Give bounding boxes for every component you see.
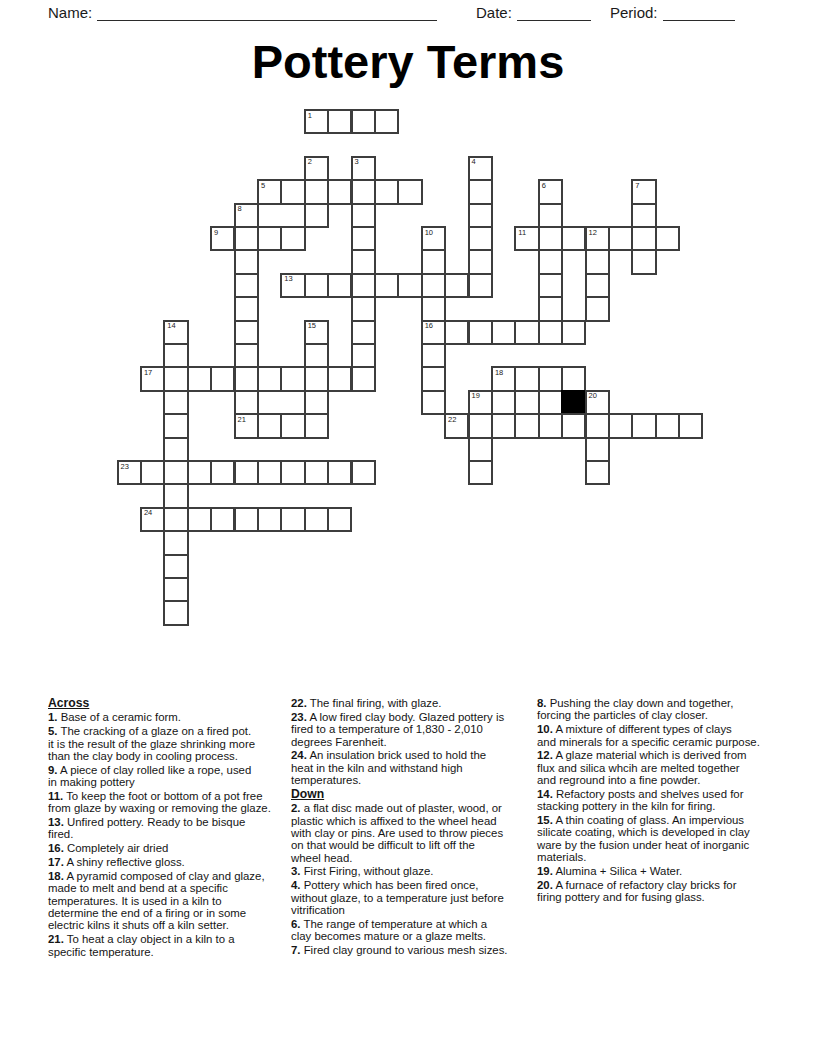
clue-text: Pushing the clay down and together, forc… [537, 697, 733, 721]
grid-cell[interactable] [538, 203, 563, 228]
clue-number: 13 [284, 275, 292, 283]
grid-cell[interactable] [163, 530, 188, 555]
clue-text: a flat disc made out of plaster, wood, o… [291, 802, 503, 863]
across-header: Across [48, 697, 291, 709]
clue-number: 9 [214, 229, 218, 237]
grid-cell[interactable] [421, 366, 446, 391]
grid-cell[interactable] [491, 413, 516, 438]
clue-text: The range of temperature at which a clay… [291, 918, 487, 942]
grid-cell[interactable] [421, 343, 446, 368]
grid-cell[interactable] [304, 273, 329, 298]
grid-cell[interactable] [234, 366, 259, 391]
across-clue-5: 5. The cracking of a glaze on a fired po… [48, 725, 291, 762]
down-clue-19: 19. Alumina + Silica + Water. [537, 865, 795, 877]
grid-cell[interactable] [327, 109, 352, 134]
clue-number: 19 [472, 392, 480, 400]
across-clue-11: 11. To keep the foot or bottom of a pot … [48, 790, 291, 815]
grid-cell[interactable] [514, 390, 539, 415]
grid-cell[interactable] [163, 600, 188, 625]
clue-num-label: 22. [291, 697, 307, 709]
clue-text: To keep the foot or bottom of a pot free… [48, 790, 271, 814]
grid-cell[interactable] [163, 366, 188, 391]
grid-cell[interactable] [163, 554, 188, 579]
clue-num-label: 13. [48, 816, 64, 828]
clue-number: 17 [144, 369, 152, 377]
clue-text: Alumina + Silica + Water. [553, 865, 682, 877]
down-clue-6: 6. The range of temperature at which a c… [291, 918, 537, 943]
grid-cell[interactable] [351, 320, 376, 345]
grid-cell[interactable] [304, 413, 329, 438]
grid-cell[interactable]: 21 [234, 413, 259, 438]
clue-text: The final firing, with glaze. [307, 697, 442, 709]
clue-number: 5 [261, 182, 265, 190]
clue-text: A pyramid composed of clay and glaze, ma… [48, 870, 265, 931]
clue-num-label: 18. [48, 870, 64, 882]
clue-number: 8 [238, 205, 242, 213]
grid-cell[interactable] [234, 296, 259, 321]
grid-cell[interactable] [234, 390, 259, 415]
clue-text: Fired clay ground to various mesh sizes. [301, 944, 508, 956]
grid-cell[interactable] [234, 226, 259, 251]
grid-cell[interactable]: 11 [514, 226, 539, 251]
grid-cell[interactable] [304, 366, 329, 391]
clue-num-label: 24. [291, 749, 307, 761]
grid-cell[interactable] [351, 226, 376, 251]
grid-cell[interactable] [280, 366, 305, 391]
grid-cell[interactable]: 24 [140, 507, 165, 532]
period-label: Period: [610, 4, 658, 21]
grid-cell[interactable] [210, 460, 235, 485]
grid-cell[interactable] [655, 413, 680, 438]
across-clue-16: 16. Completely air dried [48, 842, 291, 854]
clue-number: 3 [355, 158, 359, 166]
grid-cell[interactable]: 8 [234, 203, 259, 228]
grid-cell[interactable] [421, 273, 446, 298]
grid-cell[interactable] [374, 109, 399, 134]
grid-cell[interactable] [561, 413, 586, 438]
grid-cell[interactable]: 12 [585, 226, 610, 251]
grid-cell[interactable]: 7 [631, 179, 656, 204]
clue-number: 1 [308, 112, 312, 120]
clue-number: 22 [448, 416, 456, 424]
grid-cell[interactable] [351, 343, 376, 368]
across-clue-23: 23. A low fired clay body. Glazed potter… [291, 711, 537, 748]
clue-number: 18 [495, 369, 503, 377]
grid-cell[interactable] [514, 413, 539, 438]
grid-cell[interactable] [468, 203, 493, 228]
grid-cell[interactable] [444, 273, 469, 298]
grid-cell[interactable]: 10 [421, 226, 446, 251]
grid-cell[interactable] [304, 343, 329, 368]
grid-cell[interactable] [468, 320, 493, 345]
grid-cell[interactable] [374, 179, 399, 204]
grid-cell[interactable] [421, 249, 446, 274]
across-clue-21: 21. To heat a clay object in a kiln to a… [48, 933, 291, 958]
name-label: Name: [48, 4, 92, 21]
grid-cell[interactable] [351, 273, 376, 298]
grid-cell[interactable] [163, 343, 188, 368]
grid-cell[interactable]: 13 [280, 273, 305, 298]
clue-text: A low fired clay body. Glazed pottery is… [291, 711, 504, 748]
clue-number: 2 [308, 158, 312, 166]
grid-cell[interactable] [538, 226, 563, 251]
grid-cell[interactable] [538, 273, 563, 298]
clue-text: Pottery which has been fired once, witho… [291, 879, 504, 916]
grid-cell[interactable]: 5 [257, 179, 282, 204]
name-blank-line[interactable] [97, 6, 437, 21]
grid-cell[interactable]: 19 [468, 390, 493, 415]
clue-text: The cracking of a glaze on a fired pot. … [48, 725, 255, 762]
down-clue-8: 8. Pushing the clay down and together, f… [537, 697, 795, 722]
grid-cell[interactable] [187, 507, 212, 532]
grid-cell[interactable] [280, 507, 305, 532]
grid-cell[interactable] [585, 437, 610, 462]
crossword-grid: 123456789101112131415161718192021222324 [117, 109, 706, 627]
clue-text: A mixture of different types of clays an… [537, 723, 760, 747]
grid-cell[interactable] [561, 366, 586, 391]
grid-cell[interactable] [304, 203, 329, 228]
grid-cell[interactable] [187, 366, 212, 391]
grid-cell[interactable] [304, 179, 329, 204]
down-clue-7: 7. Fired clay ground to various mesh siz… [291, 944, 537, 956]
clue-number: 6 [542, 182, 546, 190]
clue-number: 21 [238, 416, 246, 424]
clue-num-label: 3. [291, 865, 301, 877]
clue-text: First Firing, without glaze. [301, 865, 434, 877]
grid-cell[interactable]: 4 [468, 156, 493, 181]
grid-cell[interactable] [327, 507, 352, 532]
clue-number: 15 [308, 322, 316, 330]
period-field: Period: [610, 4, 735, 21]
down-clue-12: 12. A glaze material which is derived fr… [537, 749, 795, 786]
grid-cell[interactable] [514, 320, 539, 345]
grid-cell[interactable]: 1 [304, 109, 329, 134]
clue-number: 16 [425, 322, 433, 330]
grid-cell[interactable]: 18 [491, 366, 516, 391]
clue-num-label: 20. [537, 879, 553, 891]
clue-num-label: 7. [291, 944, 301, 956]
clue-text: Refactory posts and shelves used for sta… [537, 788, 743, 812]
black-cell [561, 390, 586, 415]
grid-cell[interactable] [678, 413, 703, 438]
clue-num-label: 16. [48, 842, 64, 854]
grid-cell[interactable] [257, 460, 282, 485]
clue-text: To heat a clay object in a kiln to a spe… [48, 933, 235, 957]
grid-cell[interactable] [351, 109, 376, 134]
grid-cell[interactable] [351, 203, 376, 228]
grid-cell[interactable] [585, 460, 610, 485]
clue-number: 11 [518, 229, 526, 237]
grid-cell[interactable] [631, 413, 656, 438]
grid-cell[interactable] [397, 179, 422, 204]
clue-num-label: 19. [537, 865, 553, 877]
grid-cell[interactable] [538, 366, 563, 391]
across-clue-17: 17. A shiny reflective gloss. [48, 856, 291, 868]
across-clue-24: 24. An insulation brick used to hold the… [291, 749, 537, 786]
grid-cell[interactable] [327, 179, 352, 204]
grid-cell[interactable] [631, 249, 656, 274]
grid-cell[interactable] [538, 249, 563, 274]
clue-num-label: 5. [48, 725, 58, 737]
grid-cell[interactable] [421, 296, 446, 321]
clue-num-label: 15. [537, 814, 553, 826]
grid-cell[interactable] [491, 390, 516, 415]
grid-cell[interactable] [234, 460, 259, 485]
down-clue-15: 15. A thin coating of glass. An impervio… [537, 814, 795, 863]
clue-text: Unfired pottery. Ready to be bisque fire… [48, 816, 245, 840]
grid-cell[interactable]: 14 [163, 320, 188, 345]
grid-cell[interactable] [585, 273, 610, 298]
grid-cell[interactable] [468, 460, 493, 485]
down-clue-4: 4. Pottery which has been fired once, wi… [291, 879, 537, 916]
grid-cell[interactable] [280, 413, 305, 438]
clue-num-label: 14. [537, 788, 553, 800]
grid-cell[interactable]: 9 [210, 226, 235, 251]
grid-cell[interactable] [327, 273, 352, 298]
clue-text: Completely air dried [64, 842, 168, 854]
grid-cell[interactable]: 20 [585, 390, 610, 415]
grid-cell[interactable]: 3 [351, 156, 376, 181]
grid-cell[interactable] [234, 507, 259, 532]
worksheet: Name: Date: Period: Pottery Terms 123456… [0, 0, 816, 1056]
grid-cell[interactable] [234, 273, 259, 298]
grid-cell[interactable] [561, 320, 586, 345]
grid-cell[interactable] [304, 390, 329, 415]
clue-text: A shiny reflective gloss. [64, 856, 185, 868]
grid-cell[interactable] [444, 320, 469, 345]
grid-cell[interactable] [421, 390, 446, 415]
date-field: Date: [476, 4, 591, 21]
clue-number: 4 [472, 158, 476, 166]
clue-num-label: 1. [48, 711, 58, 723]
clue-text: An insulation brick used to hold the hea… [291, 749, 486, 786]
down-clue-14: 14. Refactory posts and shelves used for… [537, 788, 795, 813]
grid-cell[interactable] [468, 437, 493, 462]
clue-number: 24 [144, 509, 152, 517]
grid-cell[interactable] [468, 226, 493, 251]
clue-num-label: 2. [291, 802, 301, 814]
grid-cell[interactable]: 17 [140, 366, 165, 391]
clue-num-label: 11. [48, 790, 63, 802]
down-clue-20: 20. A furnace of refactory clay bricks f… [537, 879, 795, 904]
period-blank-line[interactable] [663, 6, 735, 21]
clue-num-label: 6. [291, 918, 301, 930]
grid-cell[interactable] [585, 249, 610, 274]
down-clue-3: 3. First Firing, without glaze. [291, 865, 537, 877]
grid-cell[interactable] [538, 320, 563, 345]
clue-num-label: 23. [291, 711, 307, 723]
date-blank-line[interactable] [517, 6, 591, 21]
clue-num-label: 21. [48, 933, 64, 945]
clue-num-label: 4. [291, 879, 301, 891]
clue-num-label: 12. [537, 749, 553, 761]
grid-cell[interactable]: 15 [304, 320, 329, 345]
down-clue-10: 10. A mixture of different types of clay… [537, 723, 795, 748]
grid-cell[interactable] [468, 273, 493, 298]
grid-cell[interactable] [280, 179, 305, 204]
across-clue-9: 9. A piece of clay rolled like a rope, u… [48, 764, 291, 789]
grid-cell[interactable] [374, 273, 399, 298]
grid-cell[interactable] [140, 460, 165, 485]
down-header: Down [291, 788, 537, 800]
clue-num-label: 17. [48, 856, 64, 868]
grid-cell[interactable] [608, 226, 633, 251]
grid-cell[interactable] [163, 390, 188, 415]
grid-cell[interactable] [327, 366, 352, 391]
grid-cell[interactable] [163, 483, 188, 508]
grid-cell[interactable] [468, 179, 493, 204]
grid-cell[interactable] [468, 249, 493, 274]
clue-number: 23 [121, 463, 129, 471]
date-label: Date: [476, 4, 512, 21]
grid-cell[interactable] [608, 413, 633, 438]
clue-text: A piece of clay rolled like a rope, used… [48, 764, 251, 788]
grid-cell[interactable] [327, 460, 352, 485]
grid-cell[interactable] [514, 366, 539, 391]
grid-cell[interactable] [491, 320, 516, 345]
grid-cell[interactable] [163, 413, 188, 438]
grid-cell[interactable] [187, 460, 212, 485]
grid-cell[interactable] [163, 577, 188, 602]
grid-cell[interactable] [655, 226, 680, 251]
grid-cell[interactable]: 6 [538, 179, 563, 204]
grid-cell[interactable] [585, 296, 610, 321]
grid-cell[interactable] [280, 226, 305, 251]
grid-cell[interactable] [468, 413, 493, 438]
grid-cell[interactable] [351, 179, 376, 204]
grid-cell[interactable] [210, 366, 235, 391]
clue-text: A thin coating of glass. An impervious s… [537, 814, 750, 863]
clue-column-2: 22. The final firing, with glaze.23. A l… [291, 697, 537, 958]
grid-cell[interactable]: 22 [444, 413, 469, 438]
grid-cell[interactable] [585, 413, 610, 438]
grid-cell[interactable] [257, 366, 282, 391]
grid-cell[interactable] [210, 507, 235, 532]
clue-num-label: 9. [48, 764, 58, 776]
grid-cell[interactable] [257, 413, 282, 438]
clue-number: 7 [635, 182, 639, 190]
grid-cell[interactable] [397, 273, 422, 298]
grid-cell[interactable] [538, 296, 563, 321]
grid-cell[interactable] [351, 296, 376, 321]
grid-cell[interactable]: 2 [304, 156, 329, 181]
grid-cell[interactable] [163, 460, 188, 485]
page-title: Pottery Terms [0, 34, 816, 90]
grid-cell[interactable] [304, 507, 329, 532]
grid-cell[interactable] [304, 460, 329, 485]
grid-cell[interactable] [234, 343, 259, 368]
grid-cell[interactable] [538, 413, 563, 438]
grid-cell[interactable] [561, 226, 586, 251]
grid-cell[interactable] [351, 460, 376, 485]
name-field: Name: [48, 4, 437, 21]
grid-cell[interactable] [631, 203, 656, 228]
clue-number: 10 [425, 229, 433, 237]
grid-cell[interactable] [280, 460, 305, 485]
grid-cell[interactable] [631, 226, 656, 251]
across-clue-22: 22. The final firing, with glaze. [291, 697, 537, 709]
clue-number: 14 [167, 322, 175, 330]
clue-number: 20 [589, 392, 597, 400]
grid-cell[interactable] [538, 390, 563, 415]
down-clue-2: 2. a flat disc made out of plaster, wood… [291, 802, 537, 864]
across-clue-18: 18. A pyramid composed of clay and glaze… [48, 870, 291, 932]
grid-cell[interactable]: 16 [421, 320, 446, 345]
across-clue-1: 1. Base of a ceramic form. [48, 711, 291, 723]
clue-number: 12 [589, 229, 597, 237]
grid-cell[interactable] [234, 320, 259, 345]
grid-cell[interactable] [163, 507, 188, 532]
grid-cell[interactable] [351, 249, 376, 274]
grid-cell[interactable] [234, 249, 259, 274]
clue-column-1: Across1. Base of a ceramic form.5. The c… [48, 697, 291, 959]
grid-cell[interactable] [257, 226, 282, 251]
clue-text: A furnace of refactory clay bricks for f… [537, 879, 736, 903]
clue-column-3: 8. Pushing the clay down and together, f… [537, 697, 795, 905]
grid-cell[interactable] [257, 507, 282, 532]
grid-cell[interactable] [163, 437, 188, 462]
clue-num-label: 8. [537, 697, 547, 709]
grid-cell[interactable]: 23 [117, 460, 142, 485]
clue-text: A glaze material which is derived from f… [537, 749, 747, 786]
across-clue-13: 13. Unfired pottery. Ready to be bisque … [48, 816, 291, 841]
clue-text: Base of a ceramic form. [58, 711, 181, 723]
clue-num-label: 10. [537, 723, 553, 735]
grid-cell[interactable] [351, 366, 376, 391]
